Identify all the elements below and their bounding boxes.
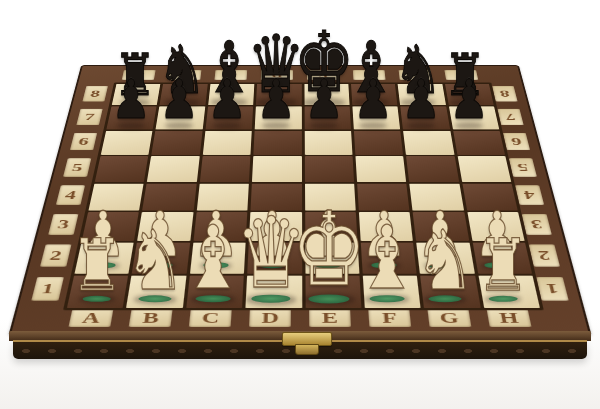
file-label-a: A [69, 309, 114, 327]
white-rook-icon: ♜ [71, 230, 123, 301]
square-b5[interactable] [147, 156, 199, 181]
black-pawn-icon: ♟ [111, 73, 151, 127]
square-g6[interactable] [403, 131, 454, 155]
square-c5[interactable] [200, 156, 251, 181]
brass-latch-icon [282, 332, 330, 354]
square-d5[interactable] [252, 156, 301, 181]
rank-label-right-6: 6 [503, 133, 530, 150]
white-knight-icon: ♞ [415, 219, 476, 302]
black-pawn-icon: ♟ [401, 73, 441, 127]
square-h6[interactable] [453, 131, 505, 155]
black-pawn-icon: ♟ [450, 73, 490, 127]
white-knight-icon: ♞ [125, 219, 186, 302]
file-label-f: F [368, 309, 411, 327]
square-b6[interactable] [152, 131, 203, 155]
rank-label-right-2: 2 [529, 244, 560, 266]
chess-set-photo: ABCDEFGH ABCDEFGH 87654321 87654321 ♜♞♝♛… [0, 0, 600, 409]
square-f6[interactable] [354, 131, 403, 155]
rank-label-right-7: 7 [497, 109, 523, 126]
square-f5[interactable] [355, 156, 406, 181]
file-label-h: H [487, 309, 532, 327]
black-pawn-icon: ♟ [304, 73, 344, 127]
black-pawn-icon: ♟ [353, 73, 393, 127]
file-label-b: B [129, 309, 173, 327]
white-bishop-icon: ♝ [355, 214, 419, 301]
square-a5[interactable] [95, 156, 149, 181]
rank-label-left-2: 2 [40, 244, 71, 266]
file-label-d: D [249, 309, 291, 327]
rank-label-left-5: 5 [63, 158, 91, 177]
black-pawn-icon: ♟ [208, 73, 248, 127]
rank-label-left-7: 7 [76, 109, 102, 126]
black-pawn-icon: ♟ [159, 73, 199, 127]
square-a6[interactable] [101, 131, 153, 155]
rank-label-left-1: 1 [31, 277, 64, 301]
square-e5[interactable] [304, 156, 354, 181]
rank-label-right-5: 5 [509, 158, 537, 177]
rank-label-left-8: 8 [82, 86, 108, 102]
square-c6[interactable] [203, 131, 252, 155]
file-label-g: G [427, 309, 471, 327]
rank-label-left-6: 6 [70, 133, 97, 150]
square-h5[interactable] [457, 156, 511, 181]
file-label-e: E [309, 309, 351, 327]
black-pawn-icon: ♟ [256, 73, 296, 127]
latch-tab [295, 344, 319, 355]
file-label-c: C [189, 309, 232, 327]
square-e6[interactable] [304, 131, 352, 155]
white-rook-icon: ♜ [477, 230, 529, 301]
rank-label-right-8: 8 [492, 86, 518, 102]
square-g5[interactable] [406, 156, 458, 181]
square-d6[interactable] [253, 131, 301, 155]
